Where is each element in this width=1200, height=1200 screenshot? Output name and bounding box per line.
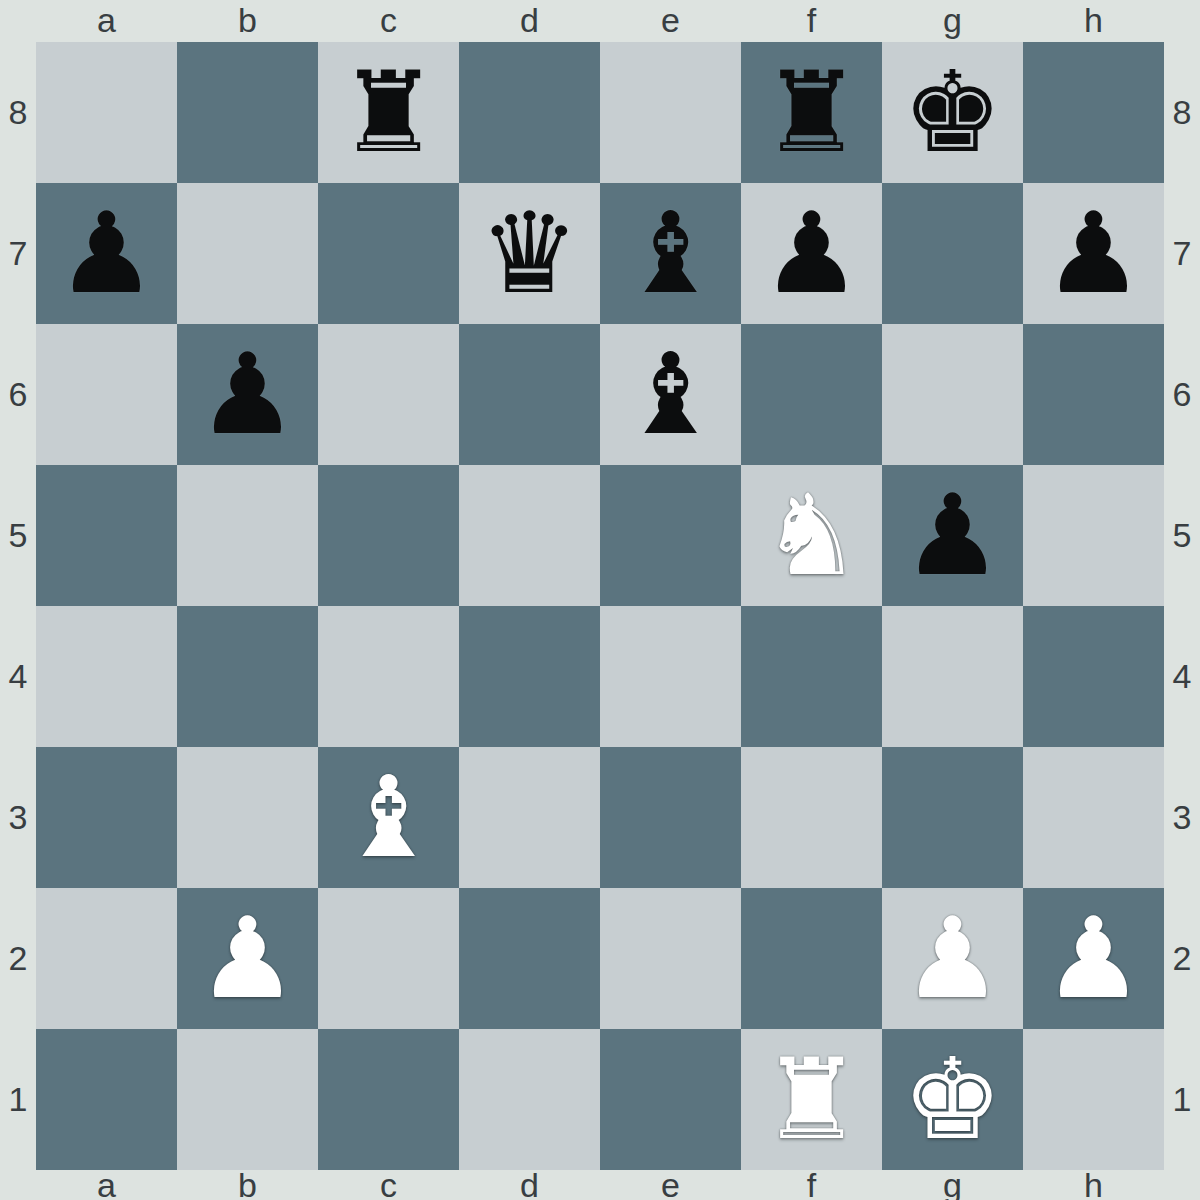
square-d7[interactable]: ♛: [459, 183, 600, 324]
file-label-e: e: [600, 1164, 741, 1200]
square-a4[interactable]: [36, 606, 177, 747]
file-label-c: c: [318, 0, 459, 42]
file-label-g: g: [882, 1164, 1023, 1200]
square-e5[interactable]: [600, 465, 741, 606]
rank-label-8: 8: [1164, 42, 1200, 183]
square-c3[interactable]: ♝: [318, 747, 459, 888]
black-rook-piece[interactable]: ♜: [761, 42, 861, 183]
square-h6[interactable]: [1023, 324, 1164, 465]
square-b1[interactable]: [177, 1029, 318, 1170]
rank-labels-right: 87654321: [1164, 42, 1200, 1170]
square-f6[interactable]: [741, 324, 882, 465]
file-label-e: e: [600, 0, 741, 42]
black-pawn-piece[interactable]: ♟: [902, 465, 1002, 606]
square-f1[interactable]: ♜: [741, 1029, 882, 1170]
square-g4[interactable]: [882, 606, 1023, 747]
black-pawn-piece[interactable]: ♟: [197, 324, 297, 465]
black-pawn-piece[interactable]: ♟: [1043, 183, 1143, 324]
square-c4[interactable]: [318, 606, 459, 747]
square-f5[interactable]: ♞: [741, 465, 882, 606]
square-e2[interactable]: [600, 888, 741, 1029]
square-e3[interactable]: [600, 747, 741, 888]
square-g6[interactable]: [882, 324, 1023, 465]
rank-label-6: 6: [1164, 324, 1200, 465]
square-f7[interactable]: ♟: [741, 183, 882, 324]
square-d5[interactable]: [459, 465, 600, 606]
square-h7[interactable]: ♟: [1023, 183, 1164, 324]
square-c1[interactable]: [318, 1029, 459, 1170]
square-f2[interactable]: [741, 888, 882, 1029]
square-b2[interactable]: ♟: [177, 888, 318, 1029]
file-label-b: b: [177, 0, 318, 42]
square-d8[interactable]: [459, 42, 600, 183]
square-g8[interactable]: ♚: [882, 42, 1023, 183]
file-label-f: f: [741, 1164, 882, 1200]
square-a8[interactable]: [36, 42, 177, 183]
white-pawn-piece[interactable]: ♟: [1043, 888, 1143, 1029]
square-b6[interactable]: ♟: [177, 324, 318, 465]
rank-label-3: 3: [0, 747, 36, 888]
rank-label-7: 7: [0, 183, 36, 324]
square-b8[interactable]: [177, 42, 318, 183]
square-a6[interactable]: [36, 324, 177, 465]
square-c2[interactable]: [318, 888, 459, 1029]
square-g3[interactable]: [882, 747, 1023, 888]
square-e1[interactable]: [600, 1029, 741, 1170]
white-bishop-piece[interactable]: ♝: [338, 747, 438, 888]
square-a1[interactable]: [36, 1029, 177, 1170]
square-d2[interactable]: [459, 888, 600, 1029]
square-g7[interactable]: [882, 183, 1023, 324]
rank-label-7: 7: [1164, 183, 1200, 324]
rank-label-5: 5: [1164, 465, 1200, 606]
file-labels-top: abcdefgh: [36, 0, 1164, 42]
white-pawn-piece[interactable]: ♟: [902, 888, 1002, 1029]
black-bishop-piece[interactable]: ♝: [620, 324, 720, 465]
square-h5[interactable]: [1023, 465, 1164, 606]
rank-label-4: 4: [1164, 606, 1200, 747]
rank-label-1: 1: [0, 1029, 36, 1170]
rank-label-3: 3: [1164, 747, 1200, 888]
file-label-f: f: [741, 0, 882, 42]
black-pawn-piece[interactable]: ♟: [761, 183, 861, 324]
square-e6[interactable]: ♝: [600, 324, 741, 465]
white-knight-piece[interactable]: ♞: [761, 465, 861, 606]
square-c5[interactable]: [318, 465, 459, 606]
square-g2[interactable]: ♟: [882, 888, 1023, 1029]
white-rook-piece[interactable]: ♜: [761, 1029, 861, 1170]
white-pawn-piece[interactable]: ♟: [197, 888, 297, 1029]
file-label-a: a: [36, 1164, 177, 1200]
file-label-c: c: [318, 1164, 459, 1200]
square-h2[interactable]: ♟: [1023, 888, 1164, 1029]
board: ♜♜♚♟♛♝♟♟♟♝♞♟♝♟♟♟♜♚: [36, 42, 1164, 1170]
square-c8[interactable]: ♜: [318, 42, 459, 183]
rank-label-1: 1: [1164, 1029, 1200, 1170]
square-f8[interactable]: ♜: [741, 42, 882, 183]
square-g1[interactable]: ♚: [882, 1029, 1023, 1170]
square-a7[interactable]: ♟: [36, 183, 177, 324]
file-label-b: b: [177, 1164, 318, 1200]
file-label-h: h: [1023, 1164, 1164, 1200]
square-a3[interactable]: [36, 747, 177, 888]
square-b7[interactable]: [177, 183, 318, 324]
black-rook-piece[interactable]: ♜: [338, 42, 438, 183]
square-h4[interactable]: [1023, 606, 1164, 747]
square-e8[interactable]: [600, 42, 741, 183]
rank-label-8: 8: [0, 42, 36, 183]
square-c7[interactable]: [318, 183, 459, 324]
rank-labels-left: 87654321: [0, 42, 36, 1170]
square-d4[interactable]: [459, 606, 600, 747]
chess-diagram: abcdefgh ♜♜♚♟♛♝♟♟♟♝♞♟♝♟♟♟♜♚ abcdefgh 876…: [0, 0, 1200, 1200]
square-h8[interactable]: [1023, 42, 1164, 183]
square-b3[interactable]: [177, 747, 318, 888]
square-c6[interactable]: [318, 324, 459, 465]
black-bishop-piece[interactable]: ♝: [620, 183, 720, 324]
square-h3[interactable]: [1023, 747, 1164, 888]
square-f4[interactable]: [741, 606, 882, 747]
file-labels-bottom: abcdefgh: [36, 1164, 1164, 1200]
file-label-h: h: [1023, 0, 1164, 42]
black-king-piece[interactable]: ♚: [902, 42, 1002, 183]
black-queen-piece[interactable]: ♛: [479, 183, 579, 324]
white-king-piece[interactable]: ♚: [902, 1029, 1002, 1170]
square-d6[interactable]: [459, 324, 600, 465]
square-d1[interactable]: [459, 1029, 600, 1170]
square-e4[interactable]: [600, 606, 741, 747]
square-g5[interactable]: ♟: [882, 465, 1023, 606]
rank-label-2: 2: [1164, 888, 1200, 1029]
rank-label-4: 4: [0, 606, 36, 747]
file-label-d: d: [459, 1164, 600, 1200]
rank-label-5: 5: [0, 465, 36, 606]
square-b4[interactable]: [177, 606, 318, 747]
square-d3[interactable]: [459, 747, 600, 888]
square-e7[interactable]: ♝: [600, 183, 741, 324]
square-a2[interactable]: [36, 888, 177, 1029]
file-label-d: d: [459, 0, 600, 42]
rank-label-6: 6: [0, 324, 36, 465]
file-label-a: a: [36, 0, 177, 42]
file-label-g: g: [882, 0, 1023, 42]
square-b5[interactable]: [177, 465, 318, 606]
rank-label-2: 2: [0, 888, 36, 1029]
square-h1[interactable]: [1023, 1029, 1164, 1170]
black-pawn-piece[interactable]: ♟: [56, 183, 156, 324]
square-f3[interactable]: [741, 747, 882, 888]
square-a5[interactable]: [36, 465, 177, 606]
